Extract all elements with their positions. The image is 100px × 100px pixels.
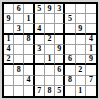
cell-r8c1[interactable] <box>4 76 14 86</box>
cell-r8c6[interactable] <box>55 76 65 86</box>
sudoku-board: 65939153491824439121698624877851 <box>2 2 98 98</box>
cell-r8c2[interactable] <box>14 76 24 86</box>
cell-r9c7[interactable] <box>65 86 75 96</box>
cell-r6c8[interactable] <box>76 55 86 65</box>
cell-r9c4[interactable]: 7 <box>35 86 45 96</box>
cell-r1c9[interactable] <box>86 4 96 14</box>
cell-r6c9[interactable]: 9 <box>86 55 96 65</box>
cell-r7c2[interactable]: 8 <box>14 65 24 75</box>
cell-r3c7[interactable] <box>65 24 75 34</box>
cell-r2c7[interactable]: 5 <box>65 14 75 24</box>
cell-r2c8[interactable] <box>76 14 86 24</box>
cell-r6c7[interactable]: 6 <box>65 55 75 65</box>
cell-r1c6[interactable]: 3 <box>55 4 65 14</box>
cell-r7c1[interactable] <box>4 65 14 75</box>
cell-r6c5[interactable]: 1 <box>45 55 55 65</box>
cell-r1c1[interactable] <box>4 4 14 14</box>
cell-r5c2[interactable] <box>14 45 24 55</box>
cell-r8c5[interactable] <box>45 76 55 86</box>
cell-r3c5[interactable] <box>45 24 55 34</box>
cell-r1c8[interactable] <box>76 4 86 14</box>
cell-r6c2[interactable] <box>14 55 24 65</box>
cell-r7c5[interactable] <box>45 65 55 75</box>
cell-r4c4[interactable] <box>35 35 45 45</box>
cell-r1c3[interactable] <box>24 4 34 14</box>
cell-r4c2[interactable] <box>14 35 24 45</box>
cell-r3c3[interactable] <box>24 24 34 34</box>
cell-r7c9[interactable] <box>86 65 96 75</box>
cell-r3c2[interactable]: 3 <box>14 24 24 34</box>
cell-r1c2[interactable]: 6 <box>14 4 24 14</box>
cell-r2c9[interactable] <box>86 14 96 24</box>
cell-r8c9[interactable]: 7 <box>86 76 96 86</box>
cell-r7c3[interactable] <box>24 65 34 75</box>
cell-r8c8[interactable] <box>76 76 86 86</box>
cell-r6c6[interactable] <box>55 55 65 65</box>
cell-r8c4[interactable] <box>35 76 45 86</box>
cell-r3c6[interactable] <box>55 24 65 34</box>
cell-r6c1[interactable]: 2 <box>4 55 14 65</box>
cell-r1c4[interactable]: 5 <box>35 4 45 14</box>
cell-r9c3[interactable] <box>24 86 34 96</box>
cell-r5c3[interactable] <box>24 45 34 55</box>
cell-r7c8[interactable]: 2 <box>76 65 86 75</box>
cell-r2c5[interactable] <box>45 14 55 24</box>
cell-r7c7[interactable] <box>65 65 75 75</box>
cell-r9c2[interactable] <box>14 86 24 96</box>
cell-r7c4[interactable] <box>35 65 45 75</box>
cell-r1c7[interactable] <box>65 4 75 14</box>
cell-r8c3[interactable]: 4 <box>24 76 34 86</box>
cell-r4c7[interactable] <box>65 35 75 45</box>
cell-r2c6[interactable] <box>55 14 65 24</box>
cell-r2c4[interactable] <box>35 14 45 24</box>
cell-r5c4[interactable]: 3 <box>35 45 45 55</box>
cell-r5c6[interactable]: 9 <box>55 45 65 55</box>
cell-r4c1[interactable]: 1 <box>4 35 14 45</box>
cell-r2c2[interactable] <box>14 14 24 24</box>
cell-r7c6[interactable]: 6 <box>55 65 65 75</box>
cell-r4c6[interactable] <box>55 35 65 45</box>
cell-r9c6[interactable]: 5 <box>55 86 65 96</box>
cell-r2c3[interactable]: 1 <box>24 14 34 24</box>
cell-r1c5[interactable]: 9 <box>45 4 55 14</box>
cell-r4c3[interactable]: 8 <box>24 35 34 45</box>
cell-r4c8[interactable] <box>76 35 86 45</box>
cell-r3c8[interactable]: 9 <box>76 24 86 34</box>
cell-r4c9[interactable]: 4 <box>86 35 96 45</box>
cell-r4c5[interactable]: 2 <box>45 35 55 45</box>
cell-r5c8[interactable] <box>76 45 86 55</box>
cell-r3c1[interactable] <box>4 24 14 34</box>
cell-r3c4[interactable]: 4 <box>35 24 45 34</box>
cell-r6c4[interactable] <box>35 55 45 65</box>
cell-r2c1[interactable]: 9 <box>4 14 14 24</box>
cell-r9c8[interactable]: 1 <box>76 86 86 96</box>
cell-r3c9[interactable] <box>86 24 96 34</box>
cell-r9c5[interactable]: 8 <box>45 86 55 96</box>
cell-r6c3[interactable] <box>24 55 34 65</box>
cell-r9c9[interactable] <box>86 86 96 96</box>
cell-r9c1[interactable] <box>4 86 14 96</box>
cell-r8c7[interactable]: 8 <box>65 76 75 86</box>
page: 65939153491824439121698624877851 <box>0 0 100 100</box>
